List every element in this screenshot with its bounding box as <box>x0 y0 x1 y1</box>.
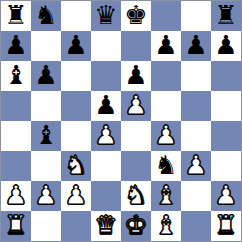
square-b1[interactable] <box>31 211 61 241</box>
square-f8[interactable] <box>151 1 181 31</box>
square-g8[interactable] <box>181 1 211 31</box>
piece-black-bishop: ♝ <box>34 120 57 150</box>
square-c1[interactable] <box>61 211 91 241</box>
piece-white-pawn: ♟ <box>4 180 27 210</box>
piece-white-pawn: ♟ <box>184 150 207 180</box>
square-h5[interactable] <box>211 91 241 121</box>
piece-black-king: ♚ <box>124 0 147 30</box>
square-a8[interactable]: ♜ <box>1 1 31 31</box>
square-a6[interactable]: ♝ <box>1 61 31 91</box>
square-c4[interactable] <box>61 121 91 151</box>
square-f1[interactable]: ♝ <box>151 211 181 241</box>
square-a4[interactable] <box>1 121 31 151</box>
piece-white-rook: ♜ <box>4 210 27 240</box>
square-g3[interactable]: ♟ <box>181 151 211 181</box>
piece-black-rook: ♜ <box>4 0 27 30</box>
piece-black-queen: ♛ <box>94 0 117 30</box>
square-b7[interactable] <box>31 31 61 61</box>
piece-black-knight: ♞ <box>34 0 57 30</box>
piece-black-pawn: ♟ <box>94 90 117 120</box>
chess-board: ♜♞♛♚♜♟♟♟♟♟♝♟♟♟♟♝♟♟♞♞♟♟♟♟♞♝♟♜♛♚♝♜ <box>0 0 242 242</box>
square-f4[interactable]: ♟ <box>151 121 181 151</box>
piece-white-pawn: ♟ <box>124 90 147 120</box>
piece-black-pawn: ♟ <box>124 60 147 90</box>
piece-white-rook: ♜ <box>214 210 237 240</box>
piece-black-rook: ♜ <box>214 0 237 30</box>
square-b3[interactable] <box>31 151 61 181</box>
square-a3[interactable] <box>1 151 31 181</box>
piece-white-bishop: ♝ <box>154 180 177 210</box>
square-e5[interactable]: ♟ <box>121 91 151 121</box>
square-c8[interactable] <box>61 1 91 31</box>
piece-black-pawn: ♟ <box>214 30 237 60</box>
square-d1[interactable]: ♛ <box>91 211 121 241</box>
square-c6[interactable] <box>61 61 91 91</box>
piece-black-pawn: ♟ <box>4 30 27 60</box>
square-a2[interactable]: ♟ <box>1 181 31 211</box>
square-f5[interactable] <box>151 91 181 121</box>
square-a7[interactable]: ♟ <box>1 31 31 61</box>
piece-white-pawn: ♟ <box>34 180 57 210</box>
square-e2[interactable]: ♞ <box>121 181 151 211</box>
square-f7[interactable]: ♟ <box>151 31 181 61</box>
square-b8[interactable]: ♞ <box>31 1 61 31</box>
square-h1[interactable]: ♜ <box>211 211 241 241</box>
square-g7[interactable]: ♟ <box>181 31 211 61</box>
square-h2[interactable]: ♟ <box>211 181 241 211</box>
piece-black-knight: ♞ <box>154 150 177 180</box>
piece-white-pawn: ♟ <box>94 120 117 150</box>
piece-black-pawn: ♟ <box>184 30 207 60</box>
square-h8[interactable]: ♜ <box>211 1 241 31</box>
square-h3[interactable] <box>211 151 241 181</box>
square-h7[interactable]: ♟ <box>211 31 241 61</box>
square-d2[interactable] <box>91 181 121 211</box>
piece-white-queen: ♛ <box>94 210 117 240</box>
square-c2[interactable]: ♟ <box>61 181 91 211</box>
square-a1[interactable]: ♜ <box>1 211 31 241</box>
piece-black-bishop: ♝ <box>4 60 27 90</box>
piece-white-knight: ♞ <box>64 150 87 180</box>
piece-black-pawn: ♟ <box>34 60 57 90</box>
square-h4[interactable] <box>211 121 241 151</box>
piece-white-knight: ♞ <box>124 180 147 210</box>
square-d6[interactable] <box>91 61 121 91</box>
square-e3[interactable] <box>121 151 151 181</box>
piece-white-pawn: ♟ <box>214 180 237 210</box>
square-f6[interactable] <box>151 61 181 91</box>
square-e8[interactable]: ♚ <box>121 1 151 31</box>
square-b6[interactable]: ♟ <box>31 61 61 91</box>
square-d4[interactable]: ♟ <box>91 121 121 151</box>
square-b5[interactable] <box>31 91 61 121</box>
square-c7[interactable]: ♟ <box>61 31 91 61</box>
square-e6[interactable]: ♟ <box>121 61 151 91</box>
square-b4[interactable]: ♝ <box>31 121 61 151</box>
piece-white-king: ♚ <box>124 210 147 240</box>
piece-black-pawn: ♟ <box>64 30 87 60</box>
square-e4[interactable] <box>121 121 151 151</box>
square-b2[interactable]: ♟ <box>31 181 61 211</box>
square-a5[interactable] <box>1 91 31 121</box>
square-e7[interactable] <box>121 31 151 61</box>
square-c3[interactable]: ♞ <box>61 151 91 181</box>
square-c5[interactable] <box>61 91 91 121</box>
square-d5[interactable]: ♟ <box>91 91 121 121</box>
square-d8[interactable]: ♛ <box>91 1 121 31</box>
piece-white-pawn: ♟ <box>154 120 177 150</box>
piece-black-pawn: ♟ <box>154 30 177 60</box>
square-d3[interactable] <box>91 151 121 181</box>
square-e1[interactable]: ♚ <box>121 211 151 241</box>
square-g6[interactable] <box>181 61 211 91</box>
piece-white-bishop: ♝ <box>154 210 177 240</box>
square-g1[interactable] <box>181 211 211 241</box>
square-d7[interactable] <box>91 31 121 61</box>
square-f2[interactable]: ♝ <box>151 181 181 211</box>
piece-white-pawn: ♟ <box>64 180 87 210</box>
square-h6[interactable] <box>211 61 241 91</box>
square-f3[interactable]: ♞ <box>151 151 181 181</box>
square-g4[interactable] <box>181 121 211 151</box>
square-g5[interactable] <box>181 91 211 121</box>
square-g2[interactable] <box>181 181 211 211</box>
